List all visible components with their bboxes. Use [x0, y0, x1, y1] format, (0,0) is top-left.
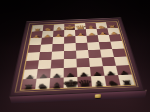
square-d7: ♟	[77, 67, 91, 77]
square-b6	[101, 57, 115, 66]
piece-shadow	[25, 75, 36, 79]
square-e8: ♚	[64, 77, 78, 88]
square-a6	[114, 56, 129, 65]
square-d8: ♛	[77, 76, 92, 87]
square-e6	[64, 59, 77, 68]
board-grid: ♜♞♝♚♛♝♞♜♟♟♟♟♟♟♟♟♟♟♟♟♟♟♟♟♜♞♝♚♛♝♞♜	[20, 21, 136, 90]
piece-black-pawn: ♟	[33, 74, 54, 80]
piece-shadow	[52, 74, 62, 78]
square-f6	[51, 59, 64, 68]
piece-black-pawn: ♟	[87, 71, 108, 77]
square-a5	[112, 49, 126, 58]
piece-black-rook: ♜	[17, 84, 39, 91]
piece-black-pawn: ♟	[74, 72, 95, 78]
square-f5	[51, 51, 64, 60]
piece-shadow	[37, 85, 48, 89]
chess-photo-scene: ♜♞♝♚♛♝♞♜♟♟♟♟♟♟♟♟♟♟♟♟♟♟♟♟♜♞♝♚♛♝♞♜	[0, 0, 150, 112]
piece-black-bishop: ♝	[46, 81, 67, 90]
square-a7: ♟	[116, 65, 132, 75]
square-c6	[89, 58, 103, 67]
square-h5	[26, 52, 40, 61]
piece-black-pawn: ♟	[114, 70, 136, 76]
square-b5	[100, 49, 114, 58]
piece-shadow	[106, 72, 117, 76]
piece-black-rook: ♜	[116, 79, 139, 86]
piece-black-pawn: ♟	[100, 71, 121, 77]
brass-clasp	[94, 94, 100, 98]
square-g6	[38, 60, 52, 69]
square-c5	[88, 50, 101, 59]
piece-black-king: ♚	[60, 78, 81, 88]
piece-black-knight: ♞	[102, 79, 124, 87]
square-e5	[64, 51, 77, 60]
board-front-edge	[9, 90, 147, 104]
square-c7: ♟	[90, 66, 105, 76]
square-d6	[76, 58, 89, 67]
square-h8: ♜	[21, 79, 37, 90]
piece-black-pawn: ♟	[60, 72, 80, 78]
square-h6	[25, 60, 39, 69]
square-c8: ♝	[91, 76, 106, 87]
square-b8: ♞	[104, 75, 120, 86]
piece-shadow	[65, 74, 75, 78]
piece-shadow	[23, 86, 34, 90]
square-h7: ♟	[23, 69, 38, 79]
piece-black-bishop: ♝	[88, 79, 110, 88]
chess-board: ♜♞♝♚♛♝♞♜♟♟♟♟♟♟♟♟♟♟♟♟♟♟♟♟♜♞♝♚♛♝♞♜	[9, 17, 145, 96]
piece-shadow	[79, 83, 90, 87]
square-a8: ♜	[118, 75, 135, 86]
piece-shadow	[121, 81, 132, 85]
piece-black-pawn: ♟	[47, 73, 67, 79]
piece-black-queen: ♛	[74, 79, 96, 89]
piece-shadow	[79, 73, 89, 77]
piece-shadow	[93, 83, 104, 87]
square-g7: ♟	[37, 69, 51, 79]
square-d5	[76, 50, 89, 59]
square-f8: ♝	[49, 77, 63, 88]
piece-shadow	[92, 73, 103, 77]
piece-shadow	[38, 75, 48, 79]
piece-black-pawn: ♟	[19, 74, 40, 80]
piece-black-knight: ♞	[31, 82, 53, 90]
piece-shadow	[119, 71, 130, 75]
square-f7: ♟	[50, 68, 64, 78]
board-perspective-wrapper: ♜♞♝♚♛♝♞♜♟♟♟♟♟♟♟♟♟♟♟♟♟♟♟♟♜♞♝♚♛♝♞♜	[17, 0, 134, 108]
square-g5	[39, 52, 52, 61]
piece-shadow	[107, 82, 118, 86]
square-g8: ♞	[35, 78, 50, 89]
piece-shadow	[65, 84, 76, 88]
square-e7: ♟	[64, 67, 78, 77]
square-b7: ♟	[103, 66, 118, 76]
piece-shadow	[51, 84, 62, 88]
